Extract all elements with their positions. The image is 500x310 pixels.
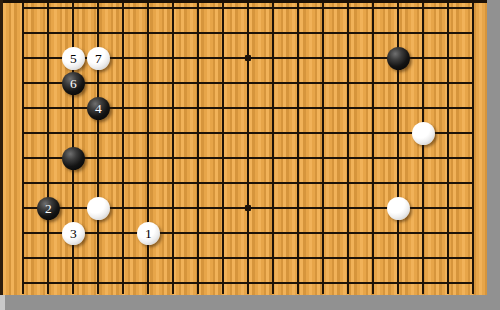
grid-line-vertical-15 <box>372 0 374 294</box>
board-shadow-right <box>487 0 500 310</box>
grid-line-vertical-12 <box>297 0 299 294</box>
grid-line-horizontal-11 <box>22 232 474 234</box>
grid-line-vertical-8 <box>197 0 199 294</box>
stone-number: 1 <box>145 226 152 240</box>
stone-white-Q10 <box>387 197 410 220</box>
stone-white-D10 <box>87 197 110 220</box>
stone-black-Q16 <box>387 47 410 70</box>
star-point-icon <box>245 205 251 211</box>
grid-line-vertical-9 <box>222 0 224 294</box>
grid-line-vertical-10 <box>247 0 249 294</box>
stone-white-D16: 7 <box>87 47 110 70</box>
stone-white-R13 <box>412 122 435 145</box>
grid-line-vertical-11 <box>272 0 274 294</box>
grid-line-vertical-1 <box>22 0 24 294</box>
grid-line-vertical-5 <box>122 0 124 294</box>
grid-line-vertical-18 <box>447 0 449 294</box>
grid-line-horizontal-7 <box>22 132 474 134</box>
board-frame-left <box>0 0 3 295</box>
stone-number: 3 <box>70 226 77 240</box>
grid-line-horizontal-12 <box>22 257 474 259</box>
grid-line-horizontal-8 <box>22 157 474 159</box>
grid-line-horizontal-13 <box>22 282 474 284</box>
grid-line-horizontal-2 <box>22 7 474 9</box>
stone-number: 7 <box>95 51 102 65</box>
grid-line-horizontal-9 <box>22 182 474 184</box>
go-board[interactable]: 5764231 <box>0 0 487 295</box>
stone-black-C12 <box>62 147 85 170</box>
stone-number: 4 <box>95 101 102 115</box>
star-point-icon <box>245 55 251 61</box>
board-shadow-bottom <box>0 295 500 310</box>
go-diagram: 5764231 <box>0 0 500 310</box>
stone-black-C15: 6 <box>62 72 85 95</box>
stone-white-C16: 5 <box>62 47 85 70</box>
grid-line-horizontal-5 <box>22 82 474 84</box>
grid-line-vertical-6 <box>147 0 149 294</box>
stone-white-F9: 1 <box>137 222 160 245</box>
grid-line-vertical-14 <box>347 0 349 294</box>
stone-number: 6 <box>70 76 77 90</box>
grid-line-vertical-13 <box>322 0 324 294</box>
grid-line-vertical-7 <box>172 0 174 294</box>
grid-line-vertical-16 <box>397 0 399 294</box>
grid-line-vertical-2 <box>47 0 49 294</box>
grid-line-vertical-4 <box>97 0 99 294</box>
stone-white-C9: 3 <box>62 222 85 245</box>
stone-black-B10: 2 <box>37 197 60 220</box>
grid-line-horizontal-3 <box>22 32 474 34</box>
grid-line-vertical-19 <box>472 0 474 294</box>
board-shadow-corner <box>0 295 5 310</box>
stone-number: 2 <box>45 201 52 215</box>
stone-black-D14: 4 <box>87 97 110 120</box>
stone-number: 5 <box>70 51 77 65</box>
board-frame-top <box>0 0 487 3</box>
grid-line-vertical-17 <box>422 0 424 294</box>
